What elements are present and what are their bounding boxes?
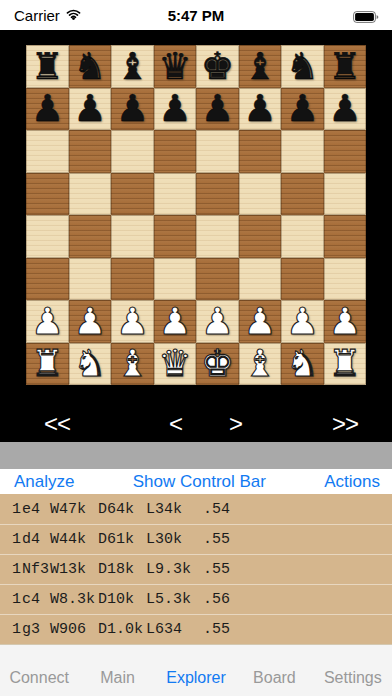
square-d2[interactable]: ♟ — [154, 300, 197, 343]
square-c1[interactable]: ♝ — [111, 343, 154, 386]
action-bar: Analyze Show Control Bar Actions — [0, 469, 392, 494]
white-pawn-piece: ♟ — [158, 303, 191, 340]
move-cell: Nf3 — [22, 561, 50, 578]
draws-cell: D61k — [98, 531, 146, 548]
black-pawn-piece: ♟ — [116, 90, 149, 127]
losses-cell: L5.3k — [146, 591, 203, 608]
square-e1[interactable]: ♚ — [196, 343, 239, 386]
actions-link[interactable]: Actions — [324, 472, 392, 492]
white-rook-piece: ♜ — [31, 345, 64, 382]
battery-icon — [353, 9, 379, 27]
white-rook-piece: ♜ — [328, 345, 361, 382]
square-e4[interactable] — [196, 215, 239, 258]
square-e3[interactable] — [196, 258, 239, 301]
tab-settings[interactable]: Settings — [314, 669, 392, 687]
square-a7[interactable]: ♟ — [26, 88, 69, 131]
draws-cell: D10k — [98, 591, 146, 608]
losses-cell: L634 — [146, 621, 203, 638]
square-g3[interactable] — [281, 258, 324, 301]
square-b6[interactable] — [69, 130, 112, 173]
square-a5[interactable] — [26, 173, 69, 216]
square-f5[interactable] — [239, 173, 282, 216]
score-cell: .55 — [203, 621, 392, 638]
status-bar: Carrier 5:47 PM — [0, 0, 392, 30]
white-bishop-piece: ♝ — [243, 345, 276, 382]
white-pawn-piece: ♟ — [243, 303, 276, 340]
square-h5[interactable] — [324, 173, 367, 216]
black-rook-piece: ♜ — [31, 48, 64, 85]
tab-bar: ConnectMainExplorerBoardSettings — [0, 644, 392, 696]
move-cell: e4 — [22, 501, 50, 518]
explorer-row-Nf3[interactable]: 1Nf3W13kD18kL9.3k.55 — [0, 554, 392, 584]
white-queen-piece: ♛ — [158, 345, 191, 382]
white-king-piece: ♚ — [201, 345, 234, 382]
black-rook-piece: ♜ — [328, 48, 361, 85]
square-g4[interactable] — [281, 215, 324, 258]
square-h2[interactable]: ♟ — [324, 300, 367, 343]
wins-cell: W47k — [50, 501, 98, 518]
white-pawn-piece: ♟ — [201, 303, 234, 340]
app-window: Carrier 5:47 PM ♜♞♝♛♚♝♞♜♟♟♟♟♟♟♟♟♟♟♟♟♟♟♟♟… — [0, 0, 392, 696]
square-e7[interactable]: ♟ — [196, 88, 239, 131]
square-b3[interactable] — [69, 258, 112, 301]
black-pawn-piece: ♟ — [31, 90, 64, 127]
draws-cell: D64k — [98, 501, 146, 518]
score-cell: .55 — [203, 561, 392, 578]
num-cell: 1 — [12, 531, 22, 548]
score-cell: .55 — [203, 531, 392, 548]
num-cell: 1 — [12, 561, 22, 578]
num-cell: 1 — [12, 501, 22, 518]
move-cell: c4 — [22, 591, 50, 608]
square-h3[interactable] — [324, 258, 367, 301]
square-f6[interactable] — [239, 130, 282, 173]
move-cell: d4 — [22, 531, 50, 548]
score-cell: .54 — [203, 501, 392, 518]
black-pawn-piece: ♟ — [243, 90, 276, 127]
square-e2[interactable]: ♟ — [196, 300, 239, 343]
square-h6[interactable] — [324, 130, 367, 173]
black-king-piece: ♚ — [201, 48, 234, 85]
draws-cell: D18k — [98, 561, 146, 578]
square-d5[interactable] — [154, 173, 197, 216]
square-g5[interactable] — [281, 173, 324, 216]
show-control-bar-link[interactable]: Show Control Bar — [133, 472, 266, 492]
square-d4[interactable] — [154, 215, 197, 258]
square-e8[interactable]: ♚ — [196, 45, 239, 88]
black-knight-piece: ♞ — [73, 48, 106, 85]
white-pawn-piece: ♟ — [31, 303, 64, 340]
tab-board[interactable]: Board — [235, 669, 313, 687]
square-e5[interactable] — [196, 173, 239, 216]
black-knight-piece: ♞ — [286, 48, 319, 85]
black-pawn-piece: ♟ — [201, 90, 234, 127]
clock-label: 5:47 PM — [0, 0, 392, 30]
black-pawn-piece: ♟ — [328, 90, 361, 127]
explorer-rows: 1e4W47kD64kL34k.541d4W44kD61kL30k.551Nf3… — [0, 494, 392, 644]
num-cell: 1 — [12, 591, 22, 608]
move-cell: g3 — [22, 621, 50, 638]
first-move-button[interactable]: << — [44, 408, 70, 440]
chess-board: ♜♞♝♛♚♝♞♜♟♟♟♟♟♟♟♟♟♟♟♟♟♟♟♟♜♞♝♛♚♝♞♜ — [26, 45, 366, 385]
black-pawn-piece: ♟ — [158, 90, 191, 127]
square-a4[interactable] — [26, 215, 69, 258]
wins-cell: W44k — [50, 531, 98, 548]
square-b7[interactable]: ♟ — [69, 88, 112, 131]
square-h8[interactable]: ♜ — [324, 45, 367, 88]
losses-cell: L9.3k — [146, 561, 203, 578]
square-c7[interactable]: ♟ — [111, 88, 154, 131]
losses-cell: L34k — [146, 501, 203, 518]
wins-cell: W906 — [50, 621, 98, 638]
explorer-row-c4[interactable]: 1c4W8.3kD10kL5.3k.56 — [0, 584, 392, 614]
square-b1[interactable]: ♞ — [69, 343, 112, 386]
square-d3[interactable] — [154, 258, 197, 301]
last-move-button[interactable]: >> — [332, 408, 358, 440]
square-g8[interactable]: ♞ — [281, 45, 324, 88]
black-bishop-piece: ♝ — [116, 48, 149, 85]
square-e6[interactable] — [196, 130, 239, 173]
black-pawn-piece: ♟ — [73, 90, 106, 127]
move-nav-bar: << < > >> — [0, 408, 392, 440]
square-c5[interactable] — [111, 173, 154, 216]
square-d1[interactable]: ♛ — [154, 343, 197, 386]
square-g6[interactable] — [281, 130, 324, 173]
square-f7[interactable]: ♟ — [239, 88, 282, 131]
tab-explorer[interactable]: Explorer — [157, 669, 235, 687]
square-f8[interactable]: ♝ — [239, 45, 282, 88]
losses-cell: L30k — [146, 531, 203, 548]
white-pawn-piece: ♟ — [328, 303, 361, 340]
square-c8[interactable]: ♝ — [111, 45, 154, 88]
white-pawn-piece: ♟ — [73, 303, 106, 340]
square-a1[interactable]: ♜ — [26, 343, 69, 386]
square-a6[interactable] — [26, 130, 69, 173]
tab-main[interactable]: Main — [78, 669, 156, 687]
black-queen-piece: ♛ — [158, 48, 191, 85]
square-f4[interactable] — [239, 215, 282, 258]
black-pawn-piece: ♟ — [286, 90, 319, 127]
num-cell: 1 — [12, 621, 22, 638]
white-pawn-piece: ♟ — [286, 303, 319, 340]
square-g1[interactable]: ♞ — [281, 343, 324, 386]
square-h4[interactable] — [324, 215, 367, 258]
square-b4[interactable] — [69, 215, 112, 258]
wins-cell: W13k — [50, 561, 98, 578]
wins-cell: W8.3k — [50, 591, 98, 608]
draws-cell: D1.0k — [98, 621, 146, 638]
divider-bar[interactable] — [0, 442, 392, 469]
square-a2[interactable]: ♟ — [26, 300, 69, 343]
square-c4[interactable] — [111, 215, 154, 258]
square-f3[interactable] — [239, 258, 282, 301]
square-c3[interactable] — [111, 258, 154, 301]
black-bishop-piece: ♝ — [243, 48, 276, 85]
square-d8[interactable]: ♛ — [154, 45, 197, 88]
score-cell: .56 — [203, 591, 392, 608]
square-h7[interactable]: ♟ — [324, 88, 367, 131]
square-d6[interactable] — [154, 130, 197, 173]
square-g2[interactable]: ♟ — [281, 300, 324, 343]
square-h1[interactable]: ♜ — [324, 343, 367, 386]
board-frame: ♜♞♝♛♚♝♞♜♟♟♟♟♟♟♟♟♟♟♟♟♟♟♟♟♜♞♝♛♚♝♞♜ << < > … — [0, 30, 392, 442]
white-pawn-piece: ♟ — [116, 303, 149, 340]
analyze-link[interactable]: Analyze — [0, 472, 74, 492]
square-b5[interactable] — [69, 173, 112, 216]
explorer-row-e4[interactable]: 1e4W47kD64kL34k.54 — [0, 494, 392, 524]
white-bishop-piece: ♝ — [116, 345, 149, 382]
square-g7[interactable]: ♟ — [281, 88, 324, 131]
square-b8[interactable]: ♞ — [69, 45, 112, 88]
square-b2[interactable]: ♟ — [69, 300, 112, 343]
square-c2[interactable]: ♟ — [111, 300, 154, 343]
white-knight-piece: ♞ — [286, 345, 319, 382]
square-c6[interactable] — [111, 130, 154, 173]
tab-connect[interactable]: Connect — [0, 669, 78, 687]
explorer-row-d4[interactable]: 1d4W44kD61kL30k.55 — [0, 524, 392, 554]
square-f2[interactable]: ♟ — [239, 300, 282, 343]
white-knight-piece: ♞ — [73, 345, 106, 382]
square-f1[interactable]: ♝ — [239, 343, 282, 386]
next-move-button[interactable]: > — [229, 408, 242, 440]
square-a8[interactable]: ♜ — [26, 45, 69, 88]
square-a3[interactable] — [26, 258, 69, 301]
square-d7[interactable]: ♟ — [154, 88, 197, 131]
explorer-row-g3[interactable]: 1g3W906D1.0kL634.55 — [0, 614, 392, 644]
prev-move-button[interactable]: < — [169, 408, 182, 440]
